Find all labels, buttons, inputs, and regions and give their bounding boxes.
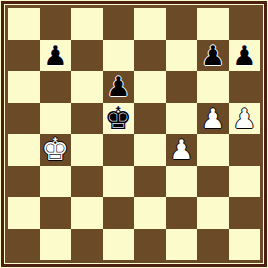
square-d5[interactable]: ♚ <box>103 103 135 135</box>
black-pawn[interactable]: ♟ <box>232 42 256 69</box>
square-g3[interactable] <box>197 166 229 198</box>
square-d3[interactable] <box>103 166 135 198</box>
square-a3[interactable] <box>8 166 40 198</box>
square-a2[interactable] <box>8 197 40 229</box>
square-a1[interactable] <box>8 229 40 261</box>
square-c8[interactable] <box>71 8 103 40</box>
square-e8[interactable] <box>134 8 166 40</box>
square-e3[interactable] <box>134 166 166 198</box>
square-c6[interactable] <box>71 71 103 103</box>
square-c3[interactable] <box>71 166 103 198</box>
square-d8[interactable] <box>103 8 135 40</box>
square-b7[interactable]: ♟ <box>40 40 72 72</box>
square-c5[interactable] <box>71 103 103 135</box>
square-g1[interactable] <box>197 229 229 261</box>
square-a6[interactable] <box>8 71 40 103</box>
square-b8[interactable] <box>40 8 72 40</box>
square-h8[interactable] <box>229 8 261 40</box>
white-king[interactable]: ♚ <box>41 134 69 165</box>
square-f8[interactable] <box>166 8 198 40</box>
white-pawn[interactable]: ♟ <box>201 105 225 132</box>
square-d6[interactable]: ♟ <box>103 71 135 103</box>
square-h2[interactable] <box>229 197 261 229</box>
square-f6[interactable] <box>166 71 198 103</box>
square-a8[interactable] <box>8 8 40 40</box>
frame-ring: ♟♟♟♟♚♟♟♚♟ <box>1 1 267 267</box>
square-f4[interactable]: ♟ <box>166 134 198 166</box>
black-pawn[interactable]: ♟ <box>43 42 67 69</box>
square-f2[interactable] <box>166 197 198 229</box>
square-f5[interactable] <box>166 103 198 135</box>
frame-margin: ♟♟♟♟♚♟♟♚♟ <box>5 5 263 263</box>
square-c7[interactable] <box>71 40 103 72</box>
square-e4[interactable] <box>134 134 166 166</box>
white-pawn[interactable]: ♟ <box>169 136 193 163</box>
square-d2[interactable] <box>103 197 135 229</box>
square-b5[interactable] <box>40 103 72 135</box>
square-e2[interactable] <box>134 197 166 229</box>
square-h3[interactable] <box>229 166 261 198</box>
square-a7[interactable] <box>8 40 40 72</box>
square-e5[interactable] <box>134 103 166 135</box>
square-b2[interactable] <box>40 197 72 229</box>
white-pawn[interactable]: ♟ <box>232 105 256 132</box>
square-d7[interactable] <box>103 40 135 72</box>
square-a5[interactable] <box>8 103 40 135</box>
square-h4[interactable] <box>229 134 261 166</box>
square-e6[interactable] <box>134 71 166 103</box>
frame-pinstripe: ♟♟♟♟♚♟♟♚♟ <box>4 4 264 264</box>
black-pawn[interactable]: ♟ <box>106 73 130 100</box>
square-b3[interactable] <box>40 166 72 198</box>
square-g2[interactable] <box>197 197 229 229</box>
square-g6[interactable] <box>197 71 229 103</box>
square-g7[interactable]: ♟ <box>197 40 229 72</box>
square-b6[interactable] <box>40 71 72 103</box>
square-a4[interactable] <box>8 134 40 166</box>
square-g4[interactable] <box>197 134 229 166</box>
square-f3[interactable] <box>166 166 198 198</box>
black-king[interactable]: ♚ <box>104 103 132 134</box>
square-f7[interactable] <box>166 40 198 72</box>
square-h7[interactable]: ♟ <box>229 40 261 72</box>
black-pawn[interactable]: ♟ <box>201 42 225 69</box>
square-e1[interactable] <box>134 229 166 261</box>
square-d1[interactable] <box>103 229 135 261</box>
square-c2[interactable] <box>71 197 103 229</box>
square-g8[interactable] <box>197 8 229 40</box>
chess-board: ♟♟♟♟♚♟♟♚♟ <box>8 8 260 260</box>
square-b1[interactable] <box>40 229 72 261</box>
square-h5[interactable]: ♟ <box>229 103 261 135</box>
square-g5[interactable]: ♟ <box>197 103 229 135</box>
square-f1[interactable] <box>166 229 198 261</box>
square-c1[interactable] <box>71 229 103 261</box>
square-e7[interactable] <box>134 40 166 72</box>
square-b4[interactable]: ♚ <box>40 134 72 166</box>
square-h6[interactable] <box>229 71 261 103</box>
chess-board-frame: ♟♟♟♟♚♟♟♚♟ <box>0 0 268 268</box>
square-d4[interactable] <box>103 134 135 166</box>
square-h1[interactable] <box>229 229 261 261</box>
square-c4[interactable] <box>71 134 103 166</box>
